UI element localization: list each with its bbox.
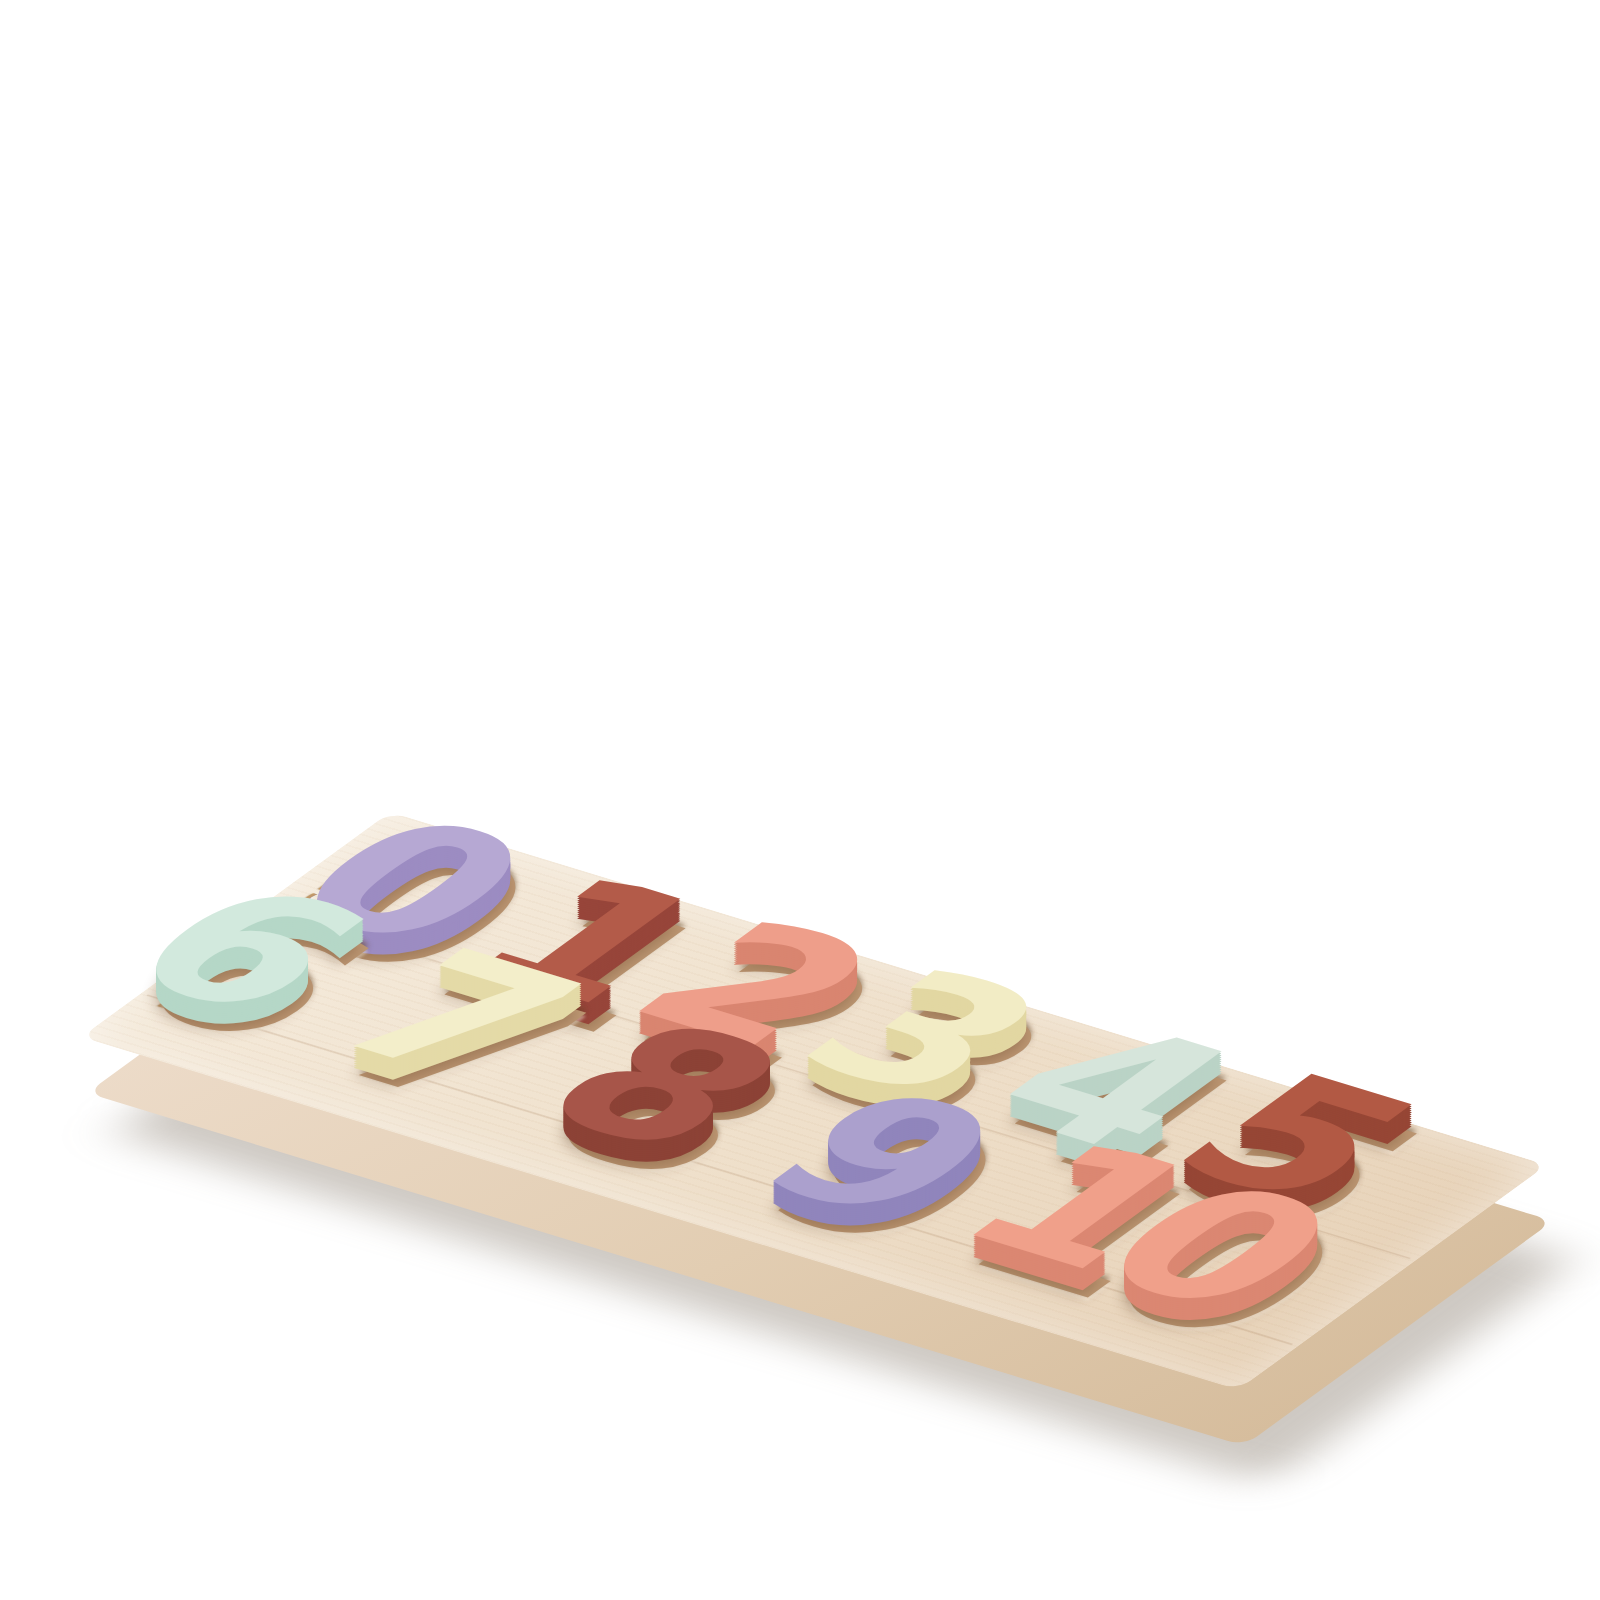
product-photo: KID´S CONCEPT 0 0 1 1 2 2 3 3 4 4 5 5 6 …: [0, 0, 1600, 1600]
